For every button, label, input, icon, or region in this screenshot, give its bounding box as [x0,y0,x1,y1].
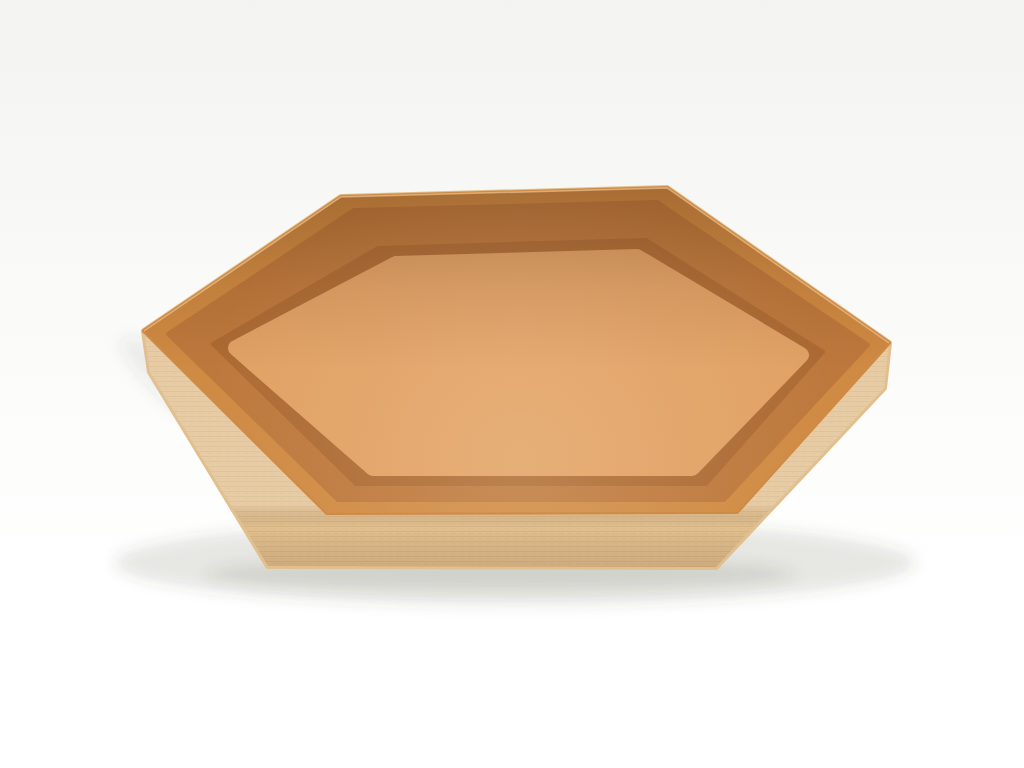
hex-tray-illustration [0,0,1024,768]
photo-stage [0,0,1024,768]
hex-tray-product-photo [0,0,1024,768]
